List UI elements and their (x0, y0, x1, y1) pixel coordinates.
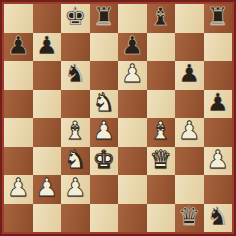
piece-white-pawn[interactable]: ♟ (93, 118, 115, 146)
square-d6[interactable] (90, 61, 119, 90)
square-b5[interactable] (33, 90, 62, 119)
chess-board: ♚♜♝♜♟♟♟♞♟♟♞♟♝♟♝♟♞♚♛♟♟♟♟♛♞ (4, 4, 232, 232)
square-b6[interactable] (33, 61, 62, 90)
square-g6[interactable]: ♟ (175, 61, 204, 90)
square-a4[interactable] (4, 118, 33, 147)
piece-black-pawn[interactable]: ♟ (7, 33, 29, 61)
square-a6[interactable] (4, 61, 33, 90)
square-a3[interactable] (4, 147, 33, 176)
square-e4[interactable] (118, 118, 147, 147)
piece-white-knight[interactable]: ♞ (64, 147, 86, 175)
square-d4[interactable]: ♟ (90, 118, 119, 147)
square-d2[interactable] (90, 175, 119, 204)
square-c4[interactable]: ♝ (61, 118, 90, 147)
square-f7[interactable] (147, 33, 176, 62)
square-e2[interactable] (118, 175, 147, 204)
piece-black-bishop[interactable]: ♝ (150, 4, 172, 32)
square-a2[interactable]: ♟ (4, 175, 33, 204)
square-b2[interactable]: ♟ (33, 175, 62, 204)
square-b4[interactable] (33, 118, 62, 147)
square-a8[interactable] (4, 4, 33, 33)
square-e3[interactable] (118, 147, 147, 176)
piece-white-bishop[interactable]: ♝ (150, 118, 172, 146)
square-e6[interactable]: ♟ (118, 61, 147, 90)
piece-black-pawn[interactable]: ♟ (121, 33, 143, 61)
square-d3[interactable]: ♚ (90, 147, 119, 176)
square-b1[interactable] (33, 204, 62, 233)
square-h1[interactable]: ♞ (204, 204, 233, 233)
square-g5[interactable] (175, 90, 204, 119)
piece-white-pawn[interactable]: ♟ (64, 175, 86, 203)
square-b7[interactable]: ♟ (33, 33, 62, 62)
square-g8[interactable] (175, 4, 204, 33)
square-c6[interactable]: ♞ (61, 61, 90, 90)
piece-black-pawn[interactable]: ♟ (178, 61, 200, 89)
square-c7[interactable] (61, 33, 90, 62)
piece-black-knight[interactable]: ♞ (64, 61, 86, 89)
square-e7[interactable]: ♟ (118, 33, 147, 62)
square-h5[interactable]: ♟ (204, 90, 233, 119)
square-d5[interactable]: ♞ (90, 90, 119, 119)
square-d7[interactable] (90, 33, 119, 62)
square-g7[interactable] (175, 33, 204, 62)
piece-black-rook[interactable]: ♜ (207, 4, 229, 32)
square-h6[interactable] (204, 61, 233, 90)
piece-black-king[interactable]: ♚ (64, 4, 86, 32)
piece-black-knight[interactable]: ♞ (207, 204, 229, 232)
square-f1[interactable] (147, 204, 176, 233)
square-f5[interactable] (147, 90, 176, 119)
square-a1[interactable] (4, 204, 33, 233)
piece-white-pawn[interactable]: ♟ (178, 118, 200, 146)
square-a5[interactable] (4, 90, 33, 119)
square-b8[interactable] (33, 4, 62, 33)
square-b3[interactable] (33, 147, 62, 176)
square-h3[interactable]: ♟ (204, 147, 233, 176)
square-h8[interactable]: ♜ (204, 4, 233, 33)
square-f2[interactable] (147, 175, 176, 204)
square-e1[interactable] (118, 204, 147, 233)
piece-black-pawn[interactable]: ♟ (207, 90, 229, 118)
piece-white-bishop[interactable]: ♝ (64, 118, 86, 146)
square-c1[interactable] (61, 204, 90, 233)
piece-black-rook[interactable]: ♜ (93, 4, 115, 32)
square-e5[interactable] (118, 90, 147, 119)
piece-white-pawn[interactable]: ♟ (7, 175, 29, 203)
square-h7[interactable] (204, 33, 233, 62)
piece-black-pawn[interactable]: ♟ (36, 33, 58, 61)
square-d8[interactable]: ♜ (90, 4, 119, 33)
piece-white-pawn[interactable]: ♟ (207, 147, 229, 175)
square-c5[interactable] (61, 90, 90, 119)
piece-black-queen[interactable]: ♛ (178, 204, 200, 232)
piece-white-knight[interactable]: ♞ (93, 90, 115, 118)
square-h4[interactable] (204, 118, 233, 147)
square-f8[interactable]: ♝ (147, 4, 176, 33)
square-g4[interactable]: ♟ (175, 118, 204, 147)
square-g2[interactable] (175, 175, 204, 204)
piece-white-queen[interactable]: ♛ (150, 147, 172, 175)
square-a7[interactable]: ♟ (4, 33, 33, 62)
square-d1[interactable] (90, 204, 119, 233)
square-f6[interactable] (147, 61, 176, 90)
square-g3[interactable] (175, 147, 204, 176)
square-f3[interactable]: ♛ (147, 147, 176, 176)
square-f4[interactable]: ♝ (147, 118, 176, 147)
chess-board-frame: ♚♜♝♜♟♟♟♞♟♟♞♟♝♟♝♟♞♚♛♟♟♟♟♛♞ (0, 0, 236, 236)
piece-white-pawn[interactable]: ♟ (36, 175, 58, 203)
square-c3[interactable]: ♞ (61, 147, 90, 176)
square-h2[interactable] (204, 175, 233, 204)
piece-white-king[interactable]: ♚ (93, 147, 115, 175)
square-c8[interactable]: ♚ (61, 4, 90, 33)
square-e8[interactable] (118, 4, 147, 33)
square-c2[interactable]: ♟ (61, 175, 90, 204)
piece-white-pawn[interactable]: ♟ (121, 61, 143, 89)
square-g1[interactable]: ♛ (175, 204, 204, 233)
